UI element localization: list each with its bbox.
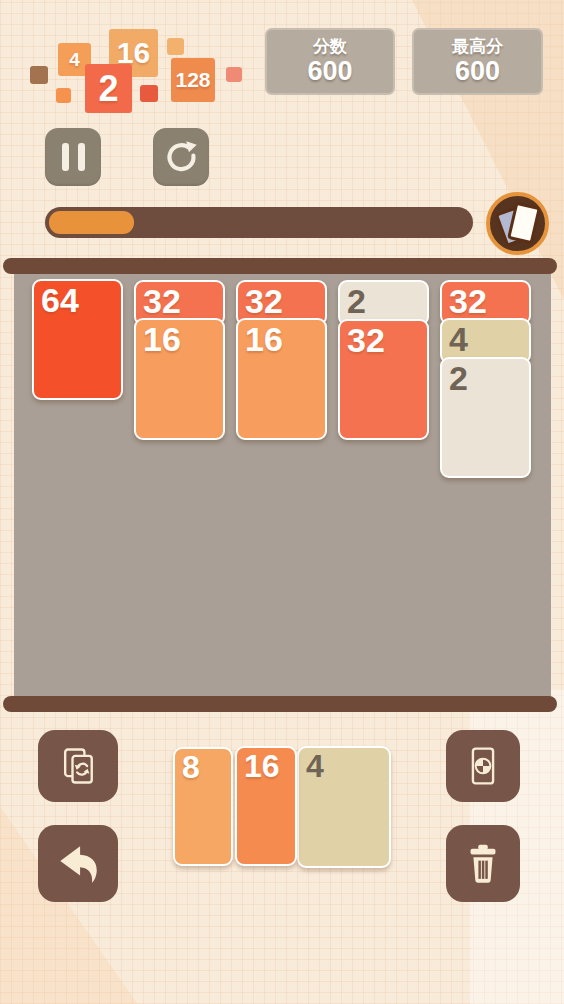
undo-button[interactable]	[38, 825, 118, 902]
swap-cards-button[interactable]	[38, 730, 118, 802]
restart-button[interactable]	[153, 128, 209, 186]
best-score-value: 600	[455, 57, 500, 86]
board-bottom-bar	[3, 696, 557, 712]
logo-decor-square	[140, 85, 158, 102]
progress-fill	[49, 211, 134, 234]
trash-icon	[460, 841, 506, 887]
logo-decor-square	[167, 38, 184, 55]
wild-card-button[interactable]	[446, 730, 520, 802]
board-top-bar	[3, 258, 557, 274]
best-score-box: 最高分 600	[412, 28, 543, 95]
logo-tile-2: 2	[85, 64, 132, 113]
score-box: 分数 600	[265, 28, 395, 95]
board-card-64[interactable]: 64	[32, 279, 123, 400]
logo-decor-square	[56, 88, 71, 103]
board-card-2[interactable]: 2	[440, 357, 531, 478]
logo-tile-128: 128	[171, 58, 215, 102]
hand-card-4[interactable]: 4	[297, 746, 391, 868]
pause-icon	[62, 143, 85, 171]
discard-button[interactable]	[446, 825, 520, 902]
logo-decor-square	[30, 66, 48, 84]
card-target-icon	[461, 744, 505, 788]
pause-button[interactable]	[45, 128, 101, 186]
board-card-32[interactable]: 32	[338, 319, 429, 440]
best-score-label: 最高分	[452, 37, 503, 57]
score-label: 分数	[313, 37, 347, 57]
progress-bar	[45, 207, 473, 238]
board-card-16[interactable]: 16	[236, 318, 327, 440]
undo-arrow-icon	[53, 839, 103, 889]
hand-card-16[interactable]: 16	[235, 746, 297, 866]
board-card-16[interactable]: 16	[134, 318, 225, 440]
logo-decor-square	[226, 67, 242, 82]
swap-cards-icon	[56, 744, 100, 788]
restart-icon	[163, 139, 199, 175]
hand-card-8[interactable]: 8	[173, 747, 233, 866]
deck-badge-button[interactable]	[486, 192, 549, 255]
score-value: 600	[307, 57, 352, 86]
